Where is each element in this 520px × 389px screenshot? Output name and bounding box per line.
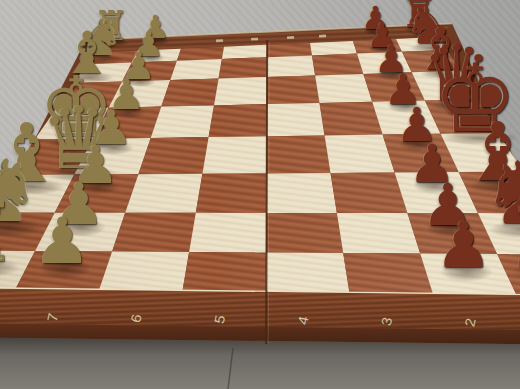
far-border-tick xyxy=(216,39,223,42)
photo-scene: 765432 ♜♟♟♜♞♟♟♞♝♟♟♝♚♟♟♛♛♟♟♚♝♟♟♝♞♟♟♞♜♟♟♜ xyxy=(0,0,520,389)
far-border-tick xyxy=(251,38,258,41)
far-border-tick xyxy=(287,36,294,39)
chess-board: 765432 xyxy=(0,0,520,389)
near-border-grain xyxy=(0,288,520,331)
hinge-seam xyxy=(266,40,267,344)
far-border-tick xyxy=(319,35,326,38)
table-floor xyxy=(0,337,520,389)
